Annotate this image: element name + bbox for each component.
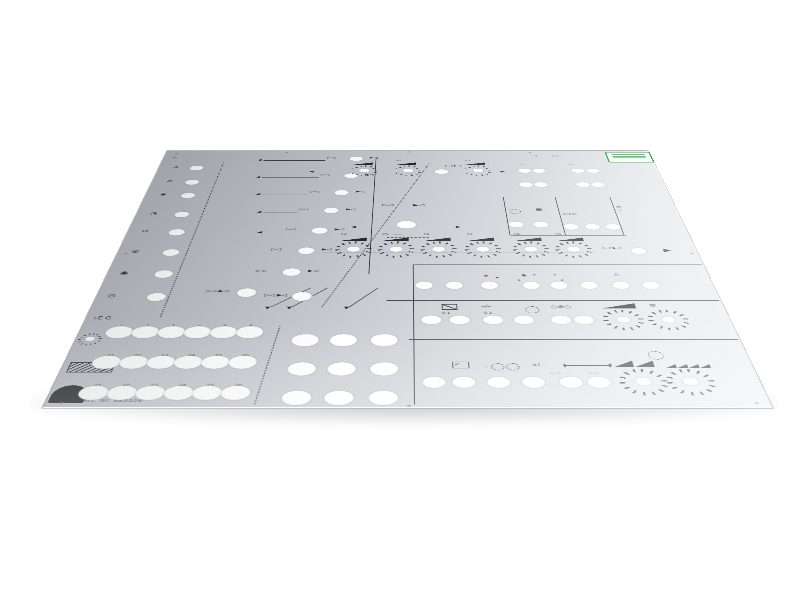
drilled-hole bbox=[227, 356, 258, 369]
print-symbol: ˙|˙ bbox=[533, 155, 539, 157]
drilled-hole bbox=[280, 391, 312, 406]
print-symbol: ▶◁ bbox=[334, 228, 344, 231]
drilled-hole bbox=[370, 362, 399, 375]
ramp-level-icon bbox=[699, 364, 711, 368]
drilled-hole bbox=[145, 293, 167, 301]
pot-ref-label: P2 bbox=[396, 160, 401, 162]
pot-ref-label: P6 bbox=[424, 233, 430, 235]
drilled-hole bbox=[167, 229, 186, 235]
drilled-hole bbox=[133, 386, 167, 400]
dashed-divider-line bbox=[254, 326, 281, 405]
print-symbol: ≑ bbox=[172, 156, 178, 158]
print-symbol: |×| bbox=[552, 155, 558, 157]
print-symbol: ◀ bbox=[255, 193, 261, 196]
drilled-hole bbox=[311, 227, 328, 233]
rivet-dot bbox=[124, 253, 127, 254]
pot-ref-label: P5 bbox=[382, 233, 388, 235]
panel-sheet: Art. Nr. 885556 ∗⊘⊕◔⊘⊛◉⊙≑▷◁▶◁▷◁▶◁▷◁▶◁▷◁▶… bbox=[42, 151, 773, 408]
print-symbol: ⚙ bbox=[648, 303, 657, 307]
print-symbol: ▷◁ ▶◁ bbox=[264, 294, 288, 297]
knob-center-hole bbox=[403, 169, 413, 173]
drilled-hole bbox=[533, 222, 550, 228]
drilled-hole bbox=[533, 182, 548, 187]
print-symbol: ▶ bbox=[500, 170, 505, 172]
drilled-hole bbox=[549, 281, 568, 289]
print-symbol: ▶◁ bbox=[413, 204, 424, 207]
print-symbol: ⊛ bbox=[130, 249, 140, 253]
dashed-circle-icon bbox=[509, 209, 521, 214]
print-symbol: › bbox=[516, 365, 519, 368]
drilled-hole bbox=[521, 281, 540, 289]
print-symbol: ▼ bbox=[264, 306, 270, 309]
knob-center-hole bbox=[524, 247, 538, 252]
print-symbol: ▣ bbox=[535, 208, 543, 211]
print-symbol: ∞ bbox=[618, 209, 623, 211]
drilled-hole bbox=[182, 326, 213, 338]
print-symbol: ⊘ bbox=[141, 229, 150, 233]
print-symbol: ◀ bbox=[255, 176, 261, 178]
print-symbol: ▶◁ bbox=[322, 248, 332, 251]
drilled-hole bbox=[513, 315, 535, 324]
drilled-hole bbox=[286, 362, 316, 375]
ramp-level-icon bbox=[634, 361, 655, 367]
rivet-dot bbox=[175, 153, 178, 154]
print-symbol: ‖∧‖·‖∧ bbox=[563, 213, 578, 215]
print-symbol: ◀ bbox=[257, 159, 262, 161]
print-symbol: ◦–◦ bbox=[574, 177, 582, 179]
print-symbol: ▷◁ bbox=[299, 208, 309, 210]
drilled-hole bbox=[445, 281, 463, 289]
drilled-hole bbox=[219, 386, 252, 400]
drilled-hole bbox=[434, 169, 448, 174]
print-symbol: ∗ bbox=[172, 166, 180, 169]
print-symbol: ▶◁ bbox=[370, 157, 378, 159]
print-symbol: ↙ bbox=[454, 362, 461, 366]
rivet-dot bbox=[407, 405, 410, 407]
print-symbol: ★ bbox=[483, 274, 489, 277]
drilled-hole bbox=[327, 362, 357, 375]
drilled-hole bbox=[421, 315, 442, 324]
drilled-hole bbox=[323, 208, 339, 214]
print-symbol: ◀ bbox=[256, 231, 262, 234]
ramp-level-icon bbox=[665, 364, 677, 368]
print-symbol: ⊕ bbox=[159, 193, 167, 196]
print-symbol: ▷◁ bbox=[286, 228, 296, 231]
panel-legend-text: ⊦E G bbox=[92, 316, 112, 320]
drilled-hole bbox=[153, 270, 174, 278]
print-symbol: ▷◁ bbox=[271, 248, 281, 251]
print-symbol: ◦–◦ bbox=[518, 164, 525, 166]
print-symbol: ▪ bbox=[495, 276, 499, 278]
drilled-hole bbox=[584, 224, 601, 230]
drilled-hole bbox=[532, 169, 546, 173]
pot-ref-label: P4 bbox=[341, 233, 347, 235]
drilled-hole bbox=[144, 356, 177, 369]
drilled-hole bbox=[571, 169, 585, 173]
printed-line bbox=[555, 197, 566, 235]
drilled-hole bbox=[449, 315, 470, 324]
pot-ref-label: P9 bbox=[555, 233, 561, 235]
drilled-hole bbox=[290, 334, 319, 346]
drilled-hole bbox=[172, 356, 204, 369]
pot-ref-label: P7 bbox=[467, 233, 473, 235]
print-symbol: ⊙ bbox=[106, 293, 117, 298]
print-symbol: ◦–◦ bbox=[567, 164, 574, 166]
printed-line bbox=[349, 288, 379, 308]
print-symbol: ♞ bbox=[520, 274, 527, 278]
print-symbol: ▶ bbox=[662, 248, 672, 253]
print-symbol: 0 1 bbox=[442, 311, 450, 314]
drilled-hole bbox=[572, 315, 595, 324]
print-symbol: ▷◁ ▶◁ bbox=[205, 290, 229, 293]
rivet-dot bbox=[529, 152, 532, 153]
print-symbol: ‹ bbox=[485, 365, 488, 368]
ramp-level-icon bbox=[600, 303, 636, 308]
print-symbol: –/– bbox=[481, 305, 491, 308]
drilled-hole bbox=[180, 193, 197, 198]
drilled-hole bbox=[590, 182, 606, 187]
print-symbol: ○⊗○ bbox=[550, 305, 571, 309]
print-symbol: ⚡ bbox=[553, 274, 558, 277]
sticker-text-line bbox=[611, 154, 645, 155]
print-symbol: ⊘ bbox=[166, 180, 174, 183]
drilled-hole bbox=[452, 376, 476, 387]
photo-stage: Art. Nr. 885556 ∗⊘⊕◔⊘⊛◉⊙≑▷◁▶◁▷◁▶◁▷◁▶◁▷◁▶… bbox=[0, 0, 800, 600]
drilled-hole bbox=[575, 182, 591, 187]
drilled-hole bbox=[521, 376, 546, 387]
rivet-dot bbox=[59, 402, 63, 404]
drilled-hole bbox=[189, 166, 205, 171]
rivet-dot bbox=[407, 152, 409, 153]
drilled-hole bbox=[508, 222, 524, 228]
print-symbol: ▷◁ ▶◁ bbox=[445, 165, 461, 167]
drilled-hole bbox=[610, 281, 630, 289]
drilled-hole bbox=[518, 182, 533, 187]
drilled-hole bbox=[334, 190, 349, 195]
drilled-hole bbox=[517, 169, 531, 173]
drilled-hole bbox=[323, 391, 354, 406]
drilled-hole bbox=[282, 268, 301, 276]
dashed-circle-icon bbox=[646, 351, 665, 359]
drilled-hole bbox=[422, 376, 446, 387]
drilled-hole bbox=[173, 212, 190, 218]
drilled-hole bbox=[297, 247, 315, 254]
drilled-hole bbox=[89, 356, 123, 369]
rivet-dot bbox=[690, 253, 693, 254]
drilled-hole bbox=[368, 391, 398, 406]
drilled-hole bbox=[586, 376, 612, 387]
drilled-hole bbox=[640, 281, 661, 289]
drilled-hole bbox=[162, 386, 196, 400]
drilled-hole bbox=[480, 281, 499, 289]
print-symbol: ◀ bbox=[351, 225, 357, 228]
drilled-hole bbox=[550, 315, 572, 324]
print-symbol: ◔ bbox=[150, 212, 159, 215]
drilled-hole bbox=[184, 180, 200, 185]
print-symbol: ◦–◦ bbox=[520, 177, 527, 179]
print-symbol: ×L bbox=[531, 363, 542, 367]
drilled-hole bbox=[235, 326, 265, 338]
ramp-level-icon bbox=[676, 364, 688, 368]
drilled-hole bbox=[370, 334, 398, 346]
print-symbol: ▶ bbox=[456, 225, 462, 228]
rivet-dot bbox=[285, 152, 288, 153]
pot-ref-label: P3 bbox=[465, 160, 470, 162]
sticker-text-line bbox=[612, 156, 646, 157]
drilled-hole bbox=[329, 334, 357, 346]
range-bracket-icon bbox=[563, 364, 611, 368]
drilled-hole bbox=[199, 356, 231, 369]
print-symbol: ♙ bbox=[612, 273, 620, 277]
drilled-hole bbox=[161, 249, 180, 256]
print-symbol: 6 bbox=[608, 363, 612, 366]
ramp-level-icon bbox=[688, 364, 700, 368]
dashed-circle-icon bbox=[491, 363, 505, 370]
knob-center-hole bbox=[472, 169, 483, 173]
print-symbol: ◀ bbox=[256, 211, 262, 214]
print-symbol: ‹› ‹› bbox=[588, 371, 600, 374]
drilled-hole bbox=[482, 315, 503, 324]
print-symbol: ▷◁ bbox=[382, 204, 393, 207]
drilled-hole bbox=[586, 169, 601, 173]
dashed-divider-line bbox=[160, 162, 224, 316]
print-symbol: ▷◁ bbox=[310, 191, 319, 193]
printed-box-icon bbox=[442, 304, 458, 310]
print-symbol: 1 bbox=[517, 279, 521, 281]
drilled-hole bbox=[117, 356, 150, 369]
print-symbol: ▷◁ bbox=[321, 174, 330, 176]
print-symbol: ▷◁ ▶◁ bbox=[602, 247, 622, 249]
drilled-hole bbox=[604, 224, 621, 230]
pot-ref-label: P8 bbox=[514, 233, 520, 235]
print-symbol: ▷◁ bbox=[255, 269, 266, 272]
print-symbol: ◀ bbox=[309, 170, 314, 172]
drilled-hole bbox=[129, 326, 161, 338]
print-symbol: ·–·–· bbox=[393, 233, 402, 235]
drilled-hole bbox=[349, 156, 363, 160]
drilled-hole bbox=[190, 386, 223, 400]
drilled-hole bbox=[103, 326, 135, 338]
drilled-hole bbox=[235, 288, 257, 297]
knob-center-hole bbox=[359, 169, 370, 173]
print-symbol: ▶◁ bbox=[356, 191, 365, 193]
rivet-dot bbox=[754, 402, 758, 404]
drilled-hole bbox=[208, 326, 238, 338]
print-symbol: ▼ bbox=[344, 306, 350, 309]
ramp-level-icon bbox=[613, 361, 634, 367]
drilled-hole bbox=[558, 376, 584, 387]
drilled-hole bbox=[396, 221, 416, 229]
print-symbol: 0 1 bbox=[484, 311, 493, 314]
drilled-hole bbox=[579, 281, 599, 289]
qc-sticker bbox=[605, 152, 655, 162]
print-symbol: ▶◁ bbox=[346, 208, 355, 210]
drilled-hole bbox=[156, 326, 187, 338]
drilled-hole bbox=[630, 248, 648, 254]
drilled-hole bbox=[563, 224, 580, 230]
dashed-circle-icon bbox=[525, 306, 540, 313]
drilled-hole bbox=[487, 376, 512, 387]
drilled-hole bbox=[415, 281, 433, 289]
print-symbol: ‹› ‹› bbox=[550, 371, 562, 374]
drilled-hole bbox=[291, 292, 312, 301]
print-symbol: ◉ bbox=[119, 271, 130, 276]
print-symbol: ▼ bbox=[286, 306, 292, 309]
print-symbol: ▷◁ bbox=[327, 157, 336, 159]
print-symbol: ⚡ bbox=[532, 274, 537, 277]
print-symbol: ▶◁ bbox=[308, 269, 319, 272]
printed-line bbox=[503, 197, 510, 235]
